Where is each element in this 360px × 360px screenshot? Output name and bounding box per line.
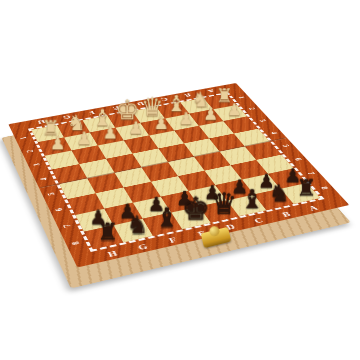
file-label: F: [77, 107, 106, 118]
chess-set-scene: HGFEDCBA HGFEDCBA 12345678 12345678 ♜♞♝♚…: [0, 0, 360, 360]
white-pawn: ♟: [203, 106, 218, 123]
black-rook: ♜: [296, 178, 316, 200]
square-b2: ♟: [189, 109, 223, 126]
rank-label: 2: [237, 103, 266, 114]
black-knight: ♞: [269, 182, 290, 206]
black-queen: ♛: [211, 189, 237, 218]
rank-label: 5: [270, 140, 301, 153]
square-d3: [149, 131, 184, 149]
square-c1: ♝: [156, 102, 189, 118]
file-labels-back: HGFEDCBA: [27, 86, 226, 128]
rank-label: 3: [248, 115, 278, 127]
square-h1: ♜: [31, 125, 64, 142]
square-g1: ♞: [57, 120, 90, 137]
white-pawn: ♟: [154, 115, 169, 132]
file-label: G: [52, 112, 81, 123]
square-c5: [194, 152, 231, 171]
square-g2: ♟: [64, 133, 98, 151]
rank-label: 4: [259, 127, 290, 139]
white-pawn: ♟: [128, 120, 144, 137]
rank-label: 1: [8, 132, 38, 144]
black-rook: ♜: [97, 221, 118, 245]
file-label: A: [197, 86, 225, 96]
product-photo: HGFEDCBA HGFEDCBA 12345678 12345678 ♜♞♝♚…: [0, 0, 360, 360]
square-e1: ♚: [107, 111, 140, 128]
square-h2: ♟: [38, 137, 72, 155]
black-knight: ♞: [126, 213, 148, 238]
square-f4: [106, 154, 141, 173]
white-pawn: ♟: [102, 125, 118, 142]
square-c3: [174, 126, 209, 144]
square-b5: [220, 146, 257, 165]
file-label: H: [27, 116, 56, 128]
square-d2: ♟: [140, 118, 174, 135]
square-c4: [184, 138, 220, 156]
white-pawn: ♟: [178, 110, 193, 127]
square-d4: [158, 143, 194, 162]
square-e2: ♟: [115, 123, 149, 140]
black-king: ♚: [181, 193, 210, 225]
square-b1: ♞: [180, 98, 213, 114]
square-f1: ♝: [82, 116, 115, 133]
square-g3: [72, 145, 107, 164]
square-d1: ♛: [132, 107, 165, 123]
square-c2: ♟: [165, 114, 199, 131]
square-b3: [199, 121, 234, 138]
square-e3: [124, 135, 159, 153]
chess-board: HGFEDCBA HGFEDCBA 12345678 12345678 ♜♞♝♚…: [8, 83, 349, 267]
square-b4: [209, 134, 245, 152]
rank-label: 1: [227, 92, 256, 103]
white-pawn: ♟: [76, 129, 92, 147]
black-bishop: ♝: [240, 186, 263, 212]
square-f3: [98, 140, 133, 158]
white-pawn: ♟: [50, 134, 66, 152]
rank-label: 2: [14, 145, 45, 158]
square-f2: ♟: [90, 128, 124, 146]
black-bishop: ♝: [155, 205, 179, 232]
